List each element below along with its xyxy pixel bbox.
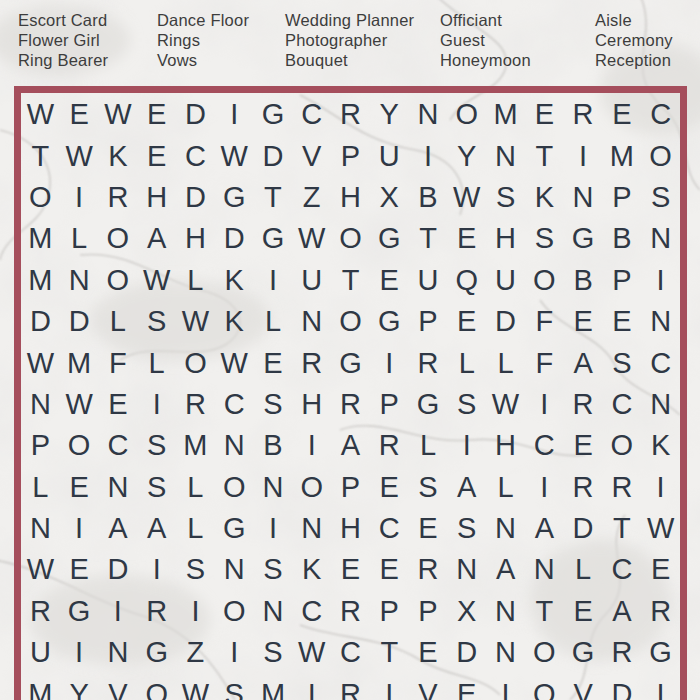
grid-cell[interactable]: R — [331, 94, 370, 135]
grid-cell[interactable]: L — [21, 467, 60, 508]
grid-cell[interactable]: C — [292, 591, 331, 632]
grid-cell[interactable]: N — [292, 508, 331, 549]
grid-cell[interactable]: G — [254, 94, 293, 135]
grid-cell[interactable]: I — [370, 342, 409, 383]
grid-cell[interactable]: W — [60, 135, 99, 176]
grid-cell[interactable]: O — [176, 342, 215, 383]
grid-cell[interactable]: N — [60, 260, 99, 301]
word-list-column-4: Officiant Guest Honeymoon — [440, 10, 531, 70]
grid-cell[interactable]: T — [525, 591, 564, 632]
word-list-column-1: Escort Card Flower Girl Ring Bearer — [18, 10, 108, 70]
grid-cell[interactable]: N — [447, 549, 486, 590]
grid-cell[interactable]: E — [60, 467, 99, 508]
grid-cell[interactable]: R — [99, 177, 138, 218]
word-list-item: Flower Girl — [18, 30, 108, 50]
grid-cell[interactable]: E — [602, 301, 641, 342]
grid-cell[interactable]: D — [60, 301, 99, 342]
word-list-item: Honeymoon — [440, 50, 531, 70]
grid-cell[interactable]: R — [602, 632, 641, 673]
grid-cell[interactable]: A — [602, 591, 641, 632]
word-list-item: Guest — [440, 30, 531, 50]
grid-cell[interactable]: T — [254, 177, 293, 218]
grid-cell[interactable]: I — [99, 591, 138, 632]
grid-cell[interactable]: V — [292, 135, 331, 176]
grid-cell[interactable]: I — [641, 467, 680, 508]
word-list-item: Aisle — [595, 10, 673, 30]
grid-cell[interactable]: O — [137, 673, 176, 700]
grid-cell[interactable]: P — [409, 301, 448, 342]
grid-cell[interactable]: E — [447, 673, 486, 700]
word-list-column-2: Dance Floor Rings Vows — [157, 10, 249, 70]
word-search-page: Escort Card Flower Girl Ring Bearer Danc… — [0, 0, 700, 700]
grid-cell[interactable]: G — [254, 218, 293, 259]
word-list-item: Officiant — [440, 10, 531, 30]
grid-cell[interactable]: G — [60, 591, 99, 632]
grid-cell[interactable]: N — [486, 591, 525, 632]
grid-cell[interactable]: G — [409, 384, 448, 425]
grid-cell[interactable]: W — [486, 384, 525, 425]
grid-cell[interactable]: E — [409, 508, 448, 549]
grid-cell[interactable]: N — [21, 508, 60, 549]
grid-cell[interactable]: S — [254, 384, 293, 425]
grid-cell[interactable]: R — [331, 384, 370, 425]
grid-cell[interactable]: E — [99, 384, 138, 425]
grid-cell[interactable]: C — [641, 342, 680, 383]
grid-cell[interactable]: K — [99, 135, 138, 176]
grid-cell[interactable]: O — [331, 301, 370, 342]
grid-cell[interactable]: P — [331, 135, 370, 176]
grid-cell[interactable]: Q — [447, 260, 486, 301]
grid-cell[interactable]: E — [409, 632, 448, 673]
grid-cell[interactable]: D — [486, 301, 525, 342]
grid-cell[interactable]: H — [486, 218, 525, 259]
grid-cell[interactable]: K — [525, 177, 564, 218]
grid-cell[interactable]: I — [137, 384, 176, 425]
word-list-item: Bouquet — [285, 50, 414, 70]
grid-cell[interactable]: N — [254, 467, 293, 508]
word-list-item: Ring Bearer — [18, 50, 108, 70]
grid-cell[interactable]: G — [215, 508, 254, 549]
grid-cell[interactable]: E — [602, 94, 641, 135]
word-list-item: Wedding Planner — [285, 10, 414, 30]
grid-cell[interactable]: D — [176, 177, 215, 218]
grid-cell[interactable]: N — [486, 135, 525, 176]
grid-cell[interactable]: M — [21, 673, 60, 700]
grid-cell[interactable]: I — [292, 673, 331, 700]
grid-cell[interactable]: N — [486, 632, 525, 673]
grid-cell[interactable]: W — [99, 94, 138, 135]
grid-cell[interactable]: N — [99, 632, 138, 673]
grid-cell[interactable]: U — [409, 260, 448, 301]
grid-cell[interactable]: D — [215, 218, 254, 259]
word-list-item: Escort Card — [18, 10, 108, 30]
grid-cell[interactable]: X — [370, 177, 409, 218]
grid-cell[interactable]: G — [564, 632, 603, 673]
grid-cell[interactable]: G — [370, 301, 409, 342]
grid-cell[interactable]: I — [292, 425, 331, 466]
grid-cell[interactable]: G — [370, 218, 409, 259]
grid-cell[interactable]: S — [137, 425, 176, 466]
grid-cell[interactable]: R — [331, 591, 370, 632]
word-list-item: Dance Floor — [157, 10, 249, 30]
grid-cell[interactable]: I — [447, 425, 486, 466]
grid-cell[interactable]: L — [137, 342, 176, 383]
grid-cell[interactable]: F — [99, 342, 138, 383]
grid-cell[interactable]: C — [370, 508, 409, 549]
grid-cell[interactable]: W — [21, 342, 60, 383]
grid-cell[interactable]: O — [215, 591, 254, 632]
grid-cell[interactable]: O — [602, 425, 641, 466]
grid-cell[interactable]: N — [525, 549, 564, 590]
grid-cell[interactable]: U — [486, 260, 525, 301]
grid-cell[interactable]: M — [254, 673, 293, 700]
grid-cell[interactable]: N — [564, 177, 603, 218]
grid-cell[interactable]: I — [486, 673, 525, 700]
grid-cell[interactable]: O — [215, 467, 254, 508]
grid-cell[interactable]: S — [409, 467, 448, 508]
grid-cell[interactable]: S — [641, 177, 680, 218]
word-list-item: Vows — [157, 50, 249, 70]
grid-cell[interactable]: C — [602, 384, 641, 425]
grid-cell[interactable]: P — [21, 425, 60, 466]
grid-cell[interactable]: B — [602, 218, 641, 259]
grid-cell[interactable]: D — [21, 301, 60, 342]
grid-cell[interactable]: K — [641, 425, 680, 466]
grid-cell[interactable]: R — [176, 384, 215, 425]
grid-cell[interactable]: O — [447, 94, 486, 135]
grid-cell[interactable]: L — [254, 301, 293, 342]
grid-cell[interactable]: E — [137, 135, 176, 176]
grid-cell[interactable]: K — [215, 260, 254, 301]
grid-cell[interactable]: B — [564, 260, 603, 301]
grid-cell[interactable]: S — [254, 632, 293, 673]
grid-cell[interactable]: P — [370, 591, 409, 632]
grid-cell[interactable]: W — [292, 218, 331, 259]
grid-cell[interactable]: I — [370, 673, 409, 700]
grid-cell[interactable]: U — [292, 260, 331, 301]
grid-cell[interactable]: O — [525, 632, 564, 673]
grid-cell[interactable]: A — [99, 508, 138, 549]
grid-cell[interactable]: W — [60, 384, 99, 425]
grid-cell[interactable]: G — [215, 177, 254, 218]
grid-cell[interactable]: P — [370, 384, 409, 425]
grid-cell[interactable]: L — [176, 467, 215, 508]
grid-cell[interactable]: H — [331, 508, 370, 549]
grid-cell[interactable]: U — [21, 632, 60, 673]
word-list-item: Reception — [595, 50, 673, 70]
grid-cell[interactable]: T — [602, 508, 641, 549]
grid-cell[interactable]: M — [21, 260, 60, 301]
grid-cell[interactable]: I — [525, 467, 564, 508]
grid-cell[interactable]: L — [486, 467, 525, 508]
grid-cell[interactable]: N — [641, 384, 680, 425]
grid-cell[interactable]: G — [331, 342, 370, 383]
grid-cell[interactable]: S — [447, 508, 486, 549]
grid-cell[interactable]: O — [525, 673, 564, 700]
grid-cell[interactable]: W — [292, 632, 331, 673]
grid-cell[interactable]: I — [525, 384, 564, 425]
grid-cell[interactable]: E — [137, 94, 176, 135]
grid-cell[interactable]: N — [21, 384, 60, 425]
grid-cell[interactable]: V — [409, 673, 448, 700]
grid-cell[interactable]: R — [21, 591, 60, 632]
grid-cell[interactable]: G — [564, 218, 603, 259]
grid-cell[interactable]: S — [215, 673, 254, 700]
grid-cell[interactable]: D — [564, 508, 603, 549]
grid-cell[interactable]: R — [331, 673, 370, 700]
grid-cell[interactable]: C — [525, 425, 564, 466]
grid-cell[interactable]: R — [602, 467, 641, 508]
grid-cell[interactable]: I — [564, 135, 603, 176]
grid-cell[interactable]: N — [641, 218, 680, 259]
grid-cell[interactable]: H — [331, 177, 370, 218]
grid-cell[interactable]: N — [215, 549, 254, 590]
grid-cell[interactable]: K — [292, 549, 331, 590]
grid-cell[interactable]: R — [641, 591, 680, 632]
grid-cell[interactable]: S — [486, 177, 525, 218]
grid-cell[interactable]: C — [602, 549, 641, 590]
grid-cell[interactable]: D — [99, 549, 138, 590]
grid-cell[interactable]: A — [331, 425, 370, 466]
grid-cell[interactable]: V — [564, 673, 603, 700]
word-list-item: Ceremony — [595, 30, 673, 50]
grid-cell[interactable]: M — [60, 342, 99, 383]
grid-cell[interactable]: T — [370, 632, 409, 673]
grid-cell[interactable]: O — [292, 467, 331, 508]
word-list-item: Rings — [157, 30, 249, 50]
grid-cell[interactable]: K — [215, 301, 254, 342]
grid-cell[interactable]: E — [564, 425, 603, 466]
grid-cell[interactable]: W — [176, 301, 215, 342]
grid-cell[interactable]: L — [409, 425, 448, 466]
grid-cell[interactable]: N — [641, 301, 680, 342]
grid-cell[interactable]: I — [254, 260, 293, 301]
grid-cell[interactable]: Y — [60, 673, 99, 700]
grid-cell[interactable]: I — [409, 135, 448, 176]
grid-cell[interactable]: O — [525, 260, 564, 301]
grid-cell[interactable]: D — [254, 135, 293, 176]
grid-cell[interactable]: Z — [292, 177, 331, 218]
grid-cell[interactable]: D — [176, 94, 215, 135]
grid-cell[interactable]: N — [292, 301, 331, 342]
grid-cell[interactable]: Z — [176, 632, 215, 673]
puzzle-board: WEWEDIGCRYNOMERECTWKECWDVPUIYNTIMOOIRHDG… — [14, 86, 687, 700]
grid-cell[interactable]: S — [525, 218, 564, 259]
grid-cell[interactable]: B — [409, 177, 448, 218]
grid-cell[interactable]: I — [60, 508, 99, 549]
grid-cell[interactable]: A — [137, 508, 176, 549]
grid-cell[interactable]: F — [525, 301, 564, 342]
grid-cell[interactable]: E — [370, 549, 409, 590]
word-list-item: Photographer — [285, 30, 414, 50]
grid-cell[interactable]: N — [409, 94, 448, 135]
grid-cell[interactable]: O — [60, 425, 99, 466]
grid-cell[interactable]: Y — [370, 94, 409, 135]
grid-cell[interactable]: E — [564, 591, 603, 632]
grid-cell[interactable]: S — [137, 467, 176, 508]
grid-cell[interactable]: P — [602, 260, 641, 301]
grid-cell[interactable]: L — [99, 301, 138, 342]
grid-cell[interactable]: W — [21, 94, 60, 135]
grid-cell[interactable]: W — [21, 549, 60, 590]
grid-cell[interactable]: O — [331, 218, 370, 259]
grid-cell[interactable]: E — [641, 549, 680, 590]
grid-cell[interactable]: L — [176, 508, 215, 549]
grid-cell[interactable]: S — [137, 301, 176, 342]
grid-cell[interactable]: E — [370, 260, 409, 301]
grid-cell[interactable]: D — [447, 632, 486, 673]
grid-cell[interactable]: L — [486, 342, 525, 383]
grid-cell[interactable]: I — [60, 177, 99, 218]
grid-cell[interactable]: L — [564, 549, 603, 590]
grid-cell[interactable]: P — [602, 177, 641, 218]
grid-cell[interactable]: W — [137, 260, 176, 301]
grid-cell[interactable]: M — [176, 425, 215, 466]
word-grid: WEWEDIGCRYNOMERECTWKECWDVPUIYNTIMOOIRHDG… — [21, 93, 680, 700]
grid-cell[interactable]: H — [292, 384, 331, 425]
grid-cell[interactable]: A — [525, 508, 564, 549]
grid-cell[interactable]: N — [254, 591, 293, 632]
grid-cell[interactable]: I — [215, 632, 254, 673]
grid-cell[interactable]: O — [99, 260, 138, 301]
grid-cell[interactable]: S — [602, 342, 641, 383]
grid-cell[interactable]: Y — [447, 135, 486, 176]
grid-cell[interactable]: S — [447, 384, 486, 425]
grid-cell[interactable]: I — [137, 549, 176, 590]
grid-cell[interactable]: S — [176, 549, 215, 590]
grid-cell[interactable]: O — [641, 135, 680, 176]
grid-cell[interactable]: R — [370, 425, 409, 466]
grid-cell[interactable]: W — [641, 508, 680, 549]
grid-cell[interactable]: U — [370, 135, 409, 176]
grid-cell[interactable]: E — [447, 218, 486, 259]
grid-cell[interactable]: C — [331, 632, 370, 673]
grid-cell[interactable]: P — [331, 467, 370, 508]
grid-cell[interactable]: E — [370, 467, 409, 508]
grid-cell[interactable]: C — [292, 94, 331, 135]
grid-cell[interactable]: O — [99, 218, 138, 259]
grid-cell[interactable]: E — [525, 94, 564, 135]
grid-cell[interactable]: W — [447, 177, 486, 218]
grid-cell[interactable]: E — [60, 94, 99, 135]
grid-cell[interactable]: D — [602, 673, 641, 700]
grid-cell[interactable]: T — [331, 260, 370, 301]
grid-cell[interactable]: C — [99, 425, 138, 466]
grid-cell[interactable]: H — [176, 218, 215, 259]
grid-cell[interactable]: G — [137, 632, 176, 673]
grid-cell[interactable]: M — [21, 218, 60, 259]
grid-cell[interactable]: H — [486, 425, 525, 466]
grid-cell[interactable]: L — [176, 260, 215, 301]
grid-cell[interactable]: T — [21, 135, 60, 176]
grid-cell[interactable]: N — [99, 467, 138, 508]
grid-cell[interactable]: A — [447, 467, 486, 508]
grid-cell[interactable]: B — [254, 425, 293, 466]
grid-cell[interactable]: E — [331, 549, 370, 590]
grid-cell[interactable]: C — [215, 384, 254, 425]
grid-cell[interactable]: V — [99, 673, 138, 700]
grid-cell[interactable]: I — [215, 94, 254, 135]
grid-cell[interactable]: C — [176, 135, 215, 176]
grid-cell[interactable]: R — [409, 549, 448, 590]
grid-cell[interactable]: R — [564, 384, 603, 425]
grid-cell[interactable]: T — [525, 135, 564, 176]
grid-cell[interactable]: L — [60, 218, 99, 259]
grid-cell[interactable]: A — [137, 218, 176, 259]
grid-cell[interactable]: W — [215, 135, 254, 176]
grid-cell[interactable]: O — [21, 177, 60, 218]
word-list-column-3: Wedding Planner Photographer Bouquet — [285, 10, 414, 70]
grid-cell[interactable]: R — [409, 342, 448, 383]
grid-cell[interactable]: I — [254, 508, 293, 549]
word-list-column-5: Aisle Ceremony Reception — [595, 10, 673, 70]
grid-cell[interactable]: W — [176, 673, 215, 700]
grid-cell[interactable]: T — [409, 218, 448, 259]
grid-cell[interactable]: M — [486, 94, 525, 135]
grid-cell[interactable]: N — [215, 425, 254, 466]
grid-cell[interactable]: A — [486, 549, 525, 590]
grid-cell[interactable]: S — [254, 549, 293, 590]
grid-cell[interactable]: H — [137, 177, 176, 218]
grid-cell[interactable]: E — [254, 342, 293, 383]
grid-cell[interactable]: R — [564, 467, 603, 508]
grid-cell[interactable]: I — [641, 260, 680, 301]
grid-cell[interactable]: X — [447, 591, 486, 632]
grid-cell[interactable]: F — [525, 342, 564, 383]
grid-cell[interactable]: I — [176, 591, 215, 632]
grid-cell[interactable]: W — [215, 342, 254, 383]
grid-cell[interactable]: E — [564, 301, 603, 342]
grid-cell[interactable]: N — [486, 508, 525, 549]
grid-cell[interactable]: I — [641, 673, 680, 700]
grid-cell[interactable]: M — [602, 135, 641, 176]
grid-cell[interactable]: C — [641, 94, 680, 135]
grid-cell[interactable]: A — [564, 342, 603, 383]
grid-cell[interactable]: E — [60, 549, 99, 590]
grid-cell[interactable]: E — [447, 301, 486, 342]
grid-cell[interactable]: I — [60, 632, 99, 673]
grid-cell[interactable]: R — [564, 94, 603, 135]
grid-cell[interactable]: R — [137, 591, 176, 632]
grid-cell[interactable]: P — [409, 591, 448, 632]
grid-cell[interactable]: R — [292, 342, 331, 383]
grid-cell[interactable]: L — [447, 342, 486, 383]
grid-cell[interactable]: G — [641, 632, 680, 673]
